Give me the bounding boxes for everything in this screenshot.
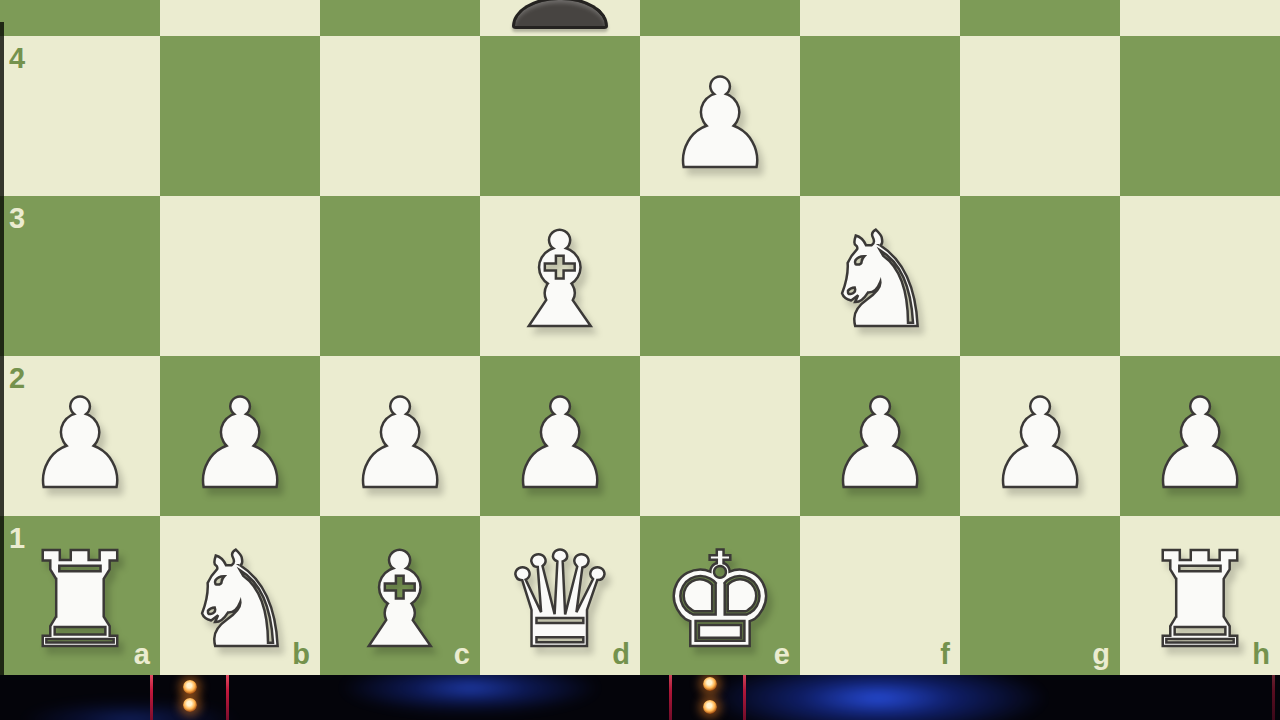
- blue-glow-1: [340, 675, 600, 714]
- rank-label-3: 3: [9, 204, 25, 233]
- ember-dot-3: [703, 677, 717, 691]
- square-g5[interactable]: [960, 0, 1120, 36]
- square-b4[interactable]: [160, 36, 320, 196]
- square-c5[interactable]: [320, 0, 480, 36]
- square-e4[interactable]: ♟: [640, 36, 800, 196]
- white-pawn[interactable]: ♟: [640, 44, 800, 204]
- red-light-line-3: [669, 675, 672, 720]
- white-pawn[interactable]: ♟: [0, 364, 160, 524]
- white-pawn[interactable]: ♟: [960, 364, 1120, 524]
- white-pawn[interactable]: ♟: [800, 364, 960, 524]
- white-knight[interactable]: ♞: [160, 520, 320, 680]
- ember-dot-1: [183, 680, 197, 694]
- white-pawn[interactable]: ♟: [320, 364, 480, 524]
- square-a5[interactable]: [0, 0, 160, 36]
- white-rook[interactable]: ♜: [0, 520, 160, 680]
- frame-left-edge: [0, 22, 4, 676]
- square-f1[interactable]: f: [800, 516, 960, 676]
- white-pawn[interactable]: ♟: [160, 364, 320, 524]
- red-light-line-5: [1272, 675, 1275, 720]
- square-g4[interactable]: [960, 36, 1120, 196]
- square-e5[interactable]: [640, 0, 800, 36]
- square-f3[interactable]: ♞: [800, 196, 960, 356]
- ember-dot-2: [183, 698, 197, 712]
- square-h5[interactable]: [1120, 0, 1280, 36]
- white-queen[interactable]: ♛: [480, 520, 640, 680]
- square-f5[interactable]: [800, 0, 960, 36]
- white-pawn[interactable]: ♟: [1120, 364, 1280, 524]
- square-f4[interactable]: [800, 36, 960, 196]
- square-h2[interactable]: ♟: [1120, 356, 1280, 516]
- square-b3[interactable]: [160, 196, 320, 356]
- square-g1[interactable]: g: [960, 516, 1120, 676]
- red-light-line-1: [150, 675, 153, 720]
- square-b5[interactable]: [160, 0, 320, 36]
- square-c1[interactable]: c♝: [320, 516, 480, 676]
- ember-dot-4: [703, 700, 717, 714]
- square-b1[interactable]: b♞: [160, 516, 320, 676]
- square-e3[interactable]: [640, 196, 800, 356]
- square-a4[interactable]: 4: [0, 36, 160, 196]
- white-rook[interactable]: ♜: [1120, 520, 1280, 680]
- square-g2[interactable]: ♟: [960, 356, 1120, 516]
- square-f2[interactable]: ♟: [800, 356, 960, 516]
- black-pawn-partial[interactable]: [512, 0, 608, 29]
- square-a3[interactable]: 3: [0, 196, 160, 356]
- square-h3[interactable]: [1120, 196, 1280, 356]
- white-knight[interactable]: ♞: [800, 200, 960, 360]
- square-c3[interactable]: [320, 196, 480, 356]
- square-a1[interactable]: 1a♜: [0, 516, 160, 676]
- white-king[interactable]: ♚: [640, 520, 800, 680]
- white-pawn[interactable]: ♟: [480, 364, 640, 524]
- square-d2[interactable]: ♟: [480, 356, 640, 516]
- square-h1[interactable]: h♜: [1120, 516, 1280, 676]
- rank-label-4: 4: [9, 44, 25, 73]
- white-bishop[interactable]: ♝: [320, 520, 480, 680]
- square-g3[interactable]: [960, 196, 1120, 356]
- square-d5[interactable]: [480, 0, 640, 36]
- chess-board: 4♟3♝♞2♟♟♟♟♟♟♟1a♜b♞c♝d♛e♚fgh♜: [0, 0, 1280, 676]
- square-c4[interactable]: [320, 36, 480, 196]
- square-d3[interactable]: ♝: [480, 196, 640, 356]
- square-h4[interactable]: [1120, 36, 1280, 196]
- file-label-f: f: [940, 640, 950, 669]
- square-e1[interactable]: e♚: [640, 516, 800, 676]
- white-bishop[interactable]: ♝: [480, 200, 640, 360]
- blue-glow-3: [20, 700, 240, 720]
- red-light-line-2: [226, 675, 229, 720]
- blue-glow-2: [708, 675, 1048, 720]
- red-light-line-4: [743, 675, 746, 720]
- square-e2[interactable]: [640, 356, 800, 516]
- square-b2[interactable]: ♟: [160, 356, 320, 516]
- square-d1[interactable]: d♛: [480, 516, 640, 676]
- video-frame: 4♟3♝♞2♟♟♟♟♟♟♟1a♜b♞c♝d♛e♚fgh♜: [0, 0, 1280, 720]
- video-background-strip: [0, 675, 1280, 720]
- file-label-g: g: [1092, 640, 1110, 669]
- square-c2[interactable]: ♟: [320, 356, 480, 516]
- square-d4[interactable]: [480, 36, 640, 196]
- square-a2[interactable]: 2♟: [0, 356, 160, 516]
